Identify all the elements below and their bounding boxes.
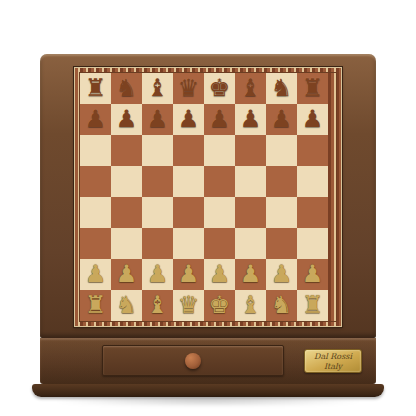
white-king[interactable]: ♚ <box>209 293 231 317</box>
square-g2[interactable]: ♟ <box>266 259 297 290</box>
white-rook[interactable]: ♜ <box>302 293 324 317</box>
white-pawn[interactable]: ♟ <box>178 262 200 286</box>
black-knight[interactable]: ♞ <box>116 76 138 100</box>
white-queen[interactable]: ♛ <box>178 293 200 317</box>
square-d5[interactable] <box>173 166 204 197</box>
black-queen[interactable]: ♛ <box>178 76 200 100</box>
square-e3[interactable] <box>204 228 235 259</box>
square-f4[interactable] <box>235 197 266 228</box>
square-a1[interactable]: ♜ <box>80 290 111 321</box>
brass-plaque: Dal Rossi Italy <box>304 349 362 373</box>
square-e8[interactable]: ♚ <box>204 73 235 104</box>
white-pawn[interactable]: ♟ <box>85 262 107 286</box>
square-a5[interactable] <box>80 166 111 197</box>
square-d7[interactable]: ♟ <box>173 104 204 135</box>
square-g8[interactable]: ♞ <box>266 73 297 104</box>
black-pawn[interactable]: ♟ <box>240 107 262 131</box>
square-f7[interactable]: ♟ <box>235 104 266 135</box>
white-rook[interactable]: ♜ <box>85 293 107 317</box>
white-pawn[interactable]: ♟ <box>209 262 231 286</box>
storage-drawer[interactable] <box>102 345 284 376</box>
square-f5[interactable] <box>235 166 266 197</box>
black-king[interactable]: ♚ <box>209 76 231 100</box>
black-rook[interactable]: ♜ <box>85 76 107 100</box>
square-e5[interactable] <box>204 166 235 197</box>
square-b5[interactable] <box>111 166 142 197</box>
square-d1[interactable]: ♛ <box>173 290 204 321</box>
square-d3[interactable] <box>173 228 204 259</box>
black-pawn[interactable]: ♟ <box>209 107 231 131</box>
square-h8[interactable]: ♜ <box>297 73 328 104</box>
white-pawn[interactable]: ♟ <box>116 262 138 286</box>
black-pawn[interactable]: ♟ <box>147 107 169 131</box>
chess-box: ♜♞♝♛♚♝♞♜♟♟♟♟♟♟♟♟♟♟♟♟♟♟♟♟♜♞♝♛♚♝♞♜ Dal Ros… <box>40 54 376 397</box>
square-b7[interactable]: ♟ <box>111 104 142 135</box>
white-pawn[interactable]: ♟ <box>240 262 262 286</box>
square-h7[interactable]: ♟ <box>297 104 328 135</box>
square-h6[interactable] <box>297 135 328 166</box>
square-h3[interactable] <box>297 228 328 259</box>
square-g7[interactable]: ♟ <box>266 104 297 135</box>
square-c1[interactable]: ♝ <box>142 290 173 321</box>
board-grid: ♜♞♝♛♚♝♞♜♟♟♟♟♟♟♟♟♟♟♟♟♟♟♟♟♜♞♝♛♚♝♞♜ <box>79 72 337 322</box>
square-c8[interactable]: ♝ <box>142 73 173 104</box>
white-bishop[interactable]: ♝ <box>240 293 262 317</box>
square-e6[interactable] <box>204 135 235 166</box>
square-g6[interactable] <box>266 135 297 166</box>
square-b1[interactable]: ♞ <box>111 290 142 321</box>
square-d2[interactable]: ♟ <box>173 259 204 290</box>
white-pawn[interactable]: ♟ <box>147 262 169 286</box>
black-bishop[interactable]: ♝ <box>147 76 169 100</box>
square-h5[interactable] <box>297 166 328 197</box>
square-c7[interactable]: ♟ <box>142 104 173 135</box>
square-e4[interactable] <box>204 197 235 228</box>
black-knight[interactable]: ♞ <box>271 76 293 100</box>
square-g4[interactable] <box>266 197 297 228</box>
square-h1[interactable]: ♜ <box>297 290 328 321</box>
square-f2[interactable]: ♟ <box>235 259 266 290</box>
square-a6[interactable] <box>80 135 111 166</box>
black-pawn[interactable]: ♟ <box>302 107 324 131</box>
square-c3[interactable] <box>142 228 173 259</box>
square-a2[interactable]: ♟ <box>80 259 111 290</box>
square-f3[interactable] <box>235 228 266 259</box>
square-d4[interactable] <box>173 197 204 228</box>
square-d6[interactable] <box>173 135 204 166</box>
box-top: ♜♞♝♛♚♝♞♜♟♟♟♟♟♟♟♟♟♟♟♟♟♟♟♟♜♞♝♛♚♝♞♜ <box>40 54 376 338</box>
square-d8[interactable]: ♛ <box>173 73 204 104</box>
chess-set-photo: ♜♞♝♛♚♝♞♜♟♟♟♟♟♟♟♟♟♟♟♟♟♟♟♟♜♞♝♛♚♝♞♜ Dal Ros… <box>0 0 416 416</box>
square-c5[interactable] <box>142 166 173 197</box>
square-b3[interactable] <box>111 228 142 259</box>
black-pawn[interactable]: ♟ <box>178 107 200 131</box>
white-pawn[interactable]: ♟ <box>271 262 293 286</box>
square-f1[interactable]: ♝ <box>235 290 266 321</box>
black-bishop[interactable]: ♝ <box>240 76 262 100</box>
white-pawn[interactable]: ♟ <box>302 262 324 286</box>
square-b8[interactable]: ♞ <box>111 73 142 104</box>
square-c4[interactable] <box>142 197 173 228</box>
square-a7[interactable]: ♟ <box>80 104 111 135</box>
square-g1[interactable]: ♞ <box>266 290 297 321</box>
white-knight[interactable]: ♞ <box>271 293 293 317</box>
square-c2[interactable]: ♟ <box>142 259 173 290</box>
plaque-brand-line1: Dal Rossi <box>305 352 361 362</box>
square-b6[interactable] <box>111 135 142 166</box>
square-e2[interactable]: ♟ <box>204 259 235 290</box>
square-e1[interactable]: ♚ <box>204 290 235 321</box>
white-knight[interactable]: ♞ <box>116 293 138 317</box>
black-pawn[interactable]: ♟ <box>271 107 293 131</box>
white-bishop[interactable]: ♝ <box>147 293 169 317</box>
square-h4[interactable] <box>297 197 328 228</box>
square-a8[interactable]: ♜ <box>80 73 111 104</box>
square-b2[interactable]: ♟ <box>111 259 142 290</box>
drawer-knob[interactable] <box>185 353 201 369</box>
square-e7[interactable]: ♟ <box>204 104 235 135</box>
black-pawn[interactable]: ♟ <box>85 107 107 131</box>
square-a3[interactable] <box>80 228 111 259</box>
square-b4[interactable] <box>111 197 142 228</box>
plaque-brand-line2: Italy <box>305 362 361 372</box>
square-g5[interactable] <box>266 166 297 197</box>
board-inlay-border: ♜♞♝♛♚♝♞♜♟♟♟♟♟♟♟♟♟♟♟♟♟♟♟♟♜♞♝♛♚♝♞♜ <box>74 67 342 327</box>
black-rook[interactable]: ♜ <box>302 76 324 100</box>
square-a4[interactable] <box>80 197 111 228</box>
square-h2[interactable]: ♟ <box>297 259 328 290</box>
square-c6[interactable] <box>142 135 173 166</box>
square-g3[interactable] <box>266 228 297 259</box>
black-pawn[interactable]: ♟ <box>116 107 138 131</box>
ground-shadow <box>50 396 366 406</box>
square-f6[interactable] <box>235 135 266 166</box>
square-f8[interactable]: ♝ <box>235 73 266 104</box>
box-front-face: Dal Rossi Italy <box>40 338 376 384</box>
